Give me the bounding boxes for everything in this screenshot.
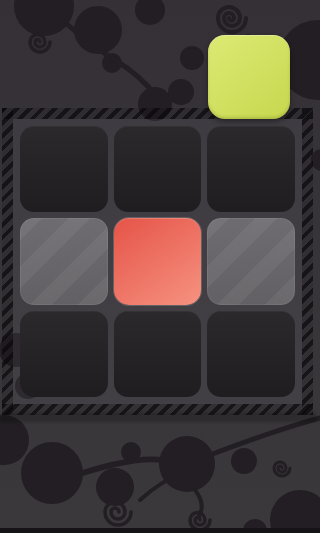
board-border-right	[302, 108, 313, 415]
flourish-spiral	[274, 462, 290, 476]
flourish-spiral	[30, 35, 50, 52]
flourish-circle	[135, 0, 165, 25]
loose-tile-yellow[interactable]	[208, 35, 290, 119]
tile-grid	[13, 119, 302, 404]
cell-r1c1-empty	[20, 126, 108, 212]
screen-bottom-strip	[0, 528, 320, 533]
board-border-bottom	[2, 404, 313, 415]
flourish-circle	[0, 415, 29, 465]
cell-r2c3-gray[interactable]	[207, 218, 295, 304]
board-border-left	[2, 108, 13, 415]
game-screen	[0, 0, 320, 533]
puzzle-board	[2, 108, 313, 415]
cell-r3c2-empty	[114, 311, 202, 397]
flourish-circle	[14, 0, 74, 36]
cell-r1c3-empty	[207, 126, 295, 212]
cell-r3c1-empty	[20, 311, 108, 397]
cell-r2c2-red[interactable]	[114, 218, 202, 304]
cell-r3c3-empty	[207, 311, 295, 397]
flourish-circle	[231, 448, 257, 474]
flourish-circle	[159, 436, 215, 492]
flourish-circle	[270, 490, 320, 533]
cell-r2c1-gray[interactable]	[20, 218, 108, 304]
flourish-spiral	[218, 7, 246, 32]
flourish-stem	[210, 418, 320, 455]
cell-r1c2-empty	[114, 126, 202, 212]
flourish-circle	[180, 46, 204, 70]
flourish-circle	[168, 79, 194, 105]
